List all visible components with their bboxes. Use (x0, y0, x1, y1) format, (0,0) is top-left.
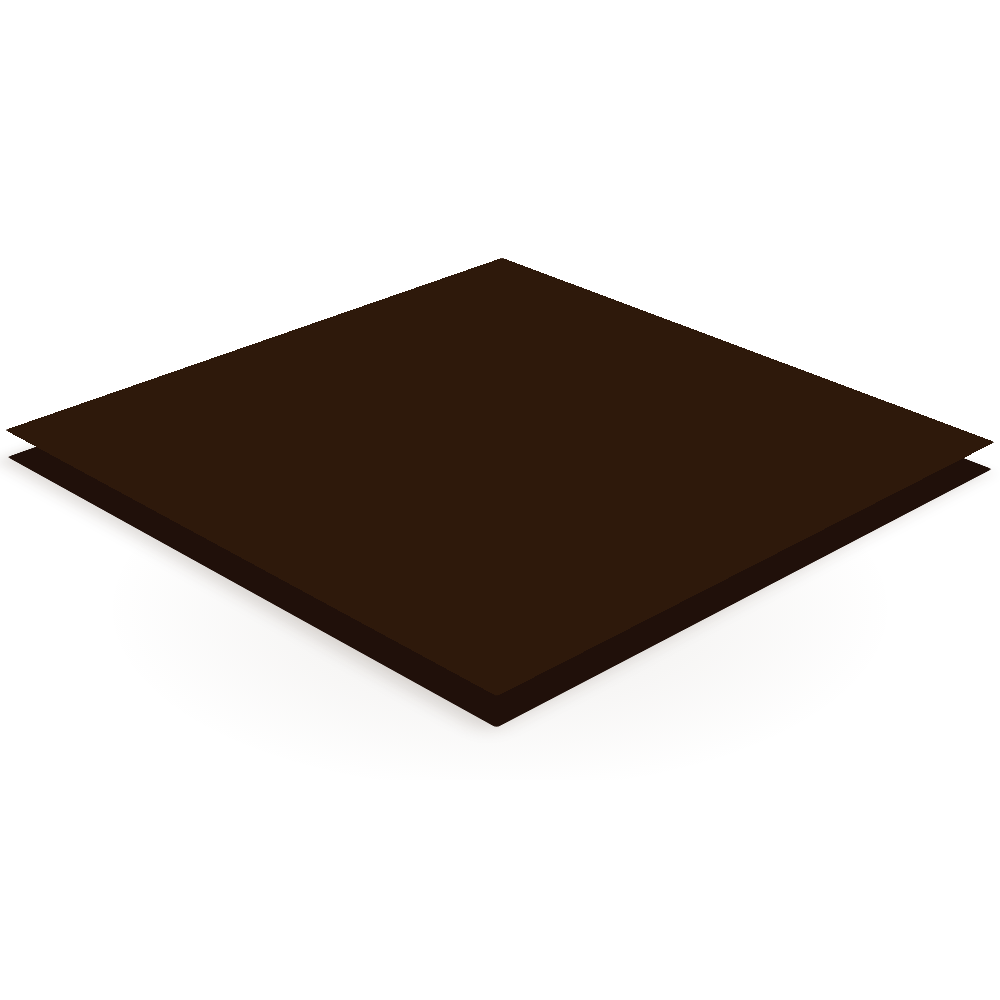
mosaic-board (5, 258, 995, 696)
product-photo-stage (0, 0, 1000, 1000)
perspective-scene (0, 0, 1000, 1000)
